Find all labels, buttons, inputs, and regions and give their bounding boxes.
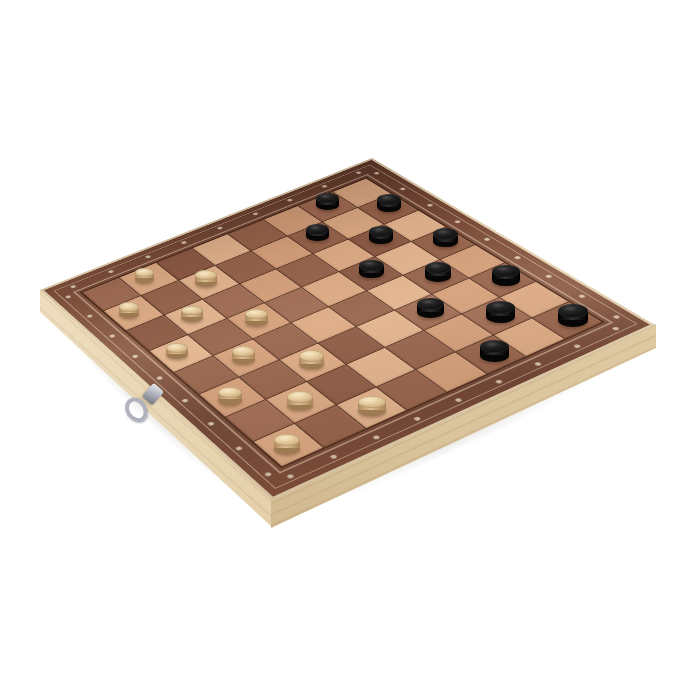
frame-dot: [483, 237, 491, 241]
frame-dot: [321, 184, 328, 187]
black-checker-piece[interactable]: [306, 224, 329, 241]
frame-dot: [287, 198, 294, 201]
white-checker-piece[interactable]: [181, 306, 203, 322]
product-photo-scene: [0, 0, 700, 700]
frame-dot: [573, 344, 582, 349]
black-checker-piece[interactable]: [369, 226, 393, 244]
frame-dot: [578, 294, 586, 298]
white-checker-piece[interactable]: [274, 434, 300, 454]
white-checker-piece[interactable]: [166, 343, 188, 360]
white-checker-piece[interactable]: [119, 302, 139, 317]
frame-dot: [252, 212, 259, 216]
frame-dot: [216, 226, 223, 230]
white-checker-piece[interactable]: [195, 270, 216, 286]
frame-dot: [144, 255, 151, 259]
frame-dot: [399, 187, 406, 190]
black-checker-piece[interactable]: [492, 265, 520, 286]
piece-top-face: [287, 391, 313, 403]
black-checker-piece[interactable]: [433, 228, 458, 247]
frame-dot: [426, 203, 433, 207]
frame-dot: [514, 255, 522, 259]
frame-dot: [235, 446, 243, 451]
frame-dot: [207, 422, 215, 427]
frame-dot: [372, 435, 381, 440]
checkers-board: [40, 158, 655, 500]
frame-dot: [613, 315, 622, 319]
piece-top-face: [299, 350, 324, 362]
frame-dot: [131, 354, 138, 358]
frame-dot: [263, 472, 272, 477]
frame-dot: [495, 380, 504, 385]
black-checker-piece[interactable]: [377, 194, 401, 212]
frame-dot: [534, 362, 543, 367]
frame-dot: [373, 171, 380, 174]
frame-dot: [329, 454, 338, 459]
white-checker-piece[interactable]: [299, 350, 324, 369]
black-checker-piece[interactable]: [486, 301, 514, 323]
white-checker-piece[interactable]: [245, 309, 268, 326]
black-checker-piece[interactable]: [417, 298, 444, 318]
piece-top-face: [218, 387, 242, 398]
frame-dot: [107, 270, 114, 274]
frame-dot: [64, 295, 71, 299]
piece-top-face: [316, 193, 338, 203]
white-checker-piece[interactable]: [135, 268, 155, 283]
piece-top-face: [558, 304, 588, 318]
frame-dot: [454, 398, 463, 403]
white-checker-piece[interactable]: [232, 346, 255, 364]
piece-top-face: [377, 194, 401, 205]
piece-top-face: [433, 228, 458, 240]
black-checker-piece[interactable]: [359, 260, 384, 279]
frame-dot: [70, 285, 77, 289]
piece-top-face: [358, 396, 385, 409]
piece-top-face: [195, 270, 216, 280]
frame-dot: [108, 334, 115, 338]
piece-top-face: [135, 268, 155, 277]
frame-dot: [86, 314, 93, 318]
frame-dot: [414, 416, 423, 421]
frame-dot: [612, 327, 621, 332]
piece-top-face: [486, 301, 514, 314]
frame-dot: [181, 398, 189, 403]
black-checker-piece[interactable]: [316, 193, 338, 210]
frame-dot: [545, 274, 553, 278]
black-checker-piece[interactable]: [558, 304, 588, 327]
piece-top-face: [166, 343, 188, 353]
white-checker-piece[interactable]: [287, 391, 313, 410]
frame-dot: [180, 240, 187, 244]
frame-dot: [355, 171, 362, 174]
frame-dot: [155, 376, 163, 381]
piece-top-face: [425, 262, 451, 274]
black-checker-piece[interactable]: [480, 340, 509, 362]
white-checker-piece[interactable]: [218, 387, 242, 405]
black-checker-piece[interactable]: [425, 262, 451, 282]
piece-top-face: [119, 302, 139, 311]
piece-top-face: [306, 224, 329, 234]
piece-top-face: [359, 260, 384, 271]
board-play-area: [80, 177, 605, 468]
frame-dot: [286, 474, 295, 479]
frame-dot: [454, 220, 461, 224]
white-checker-piece[interactable]: [358, 396, 385, 417]
piece-top-face: [369, 226, 393, 237]
